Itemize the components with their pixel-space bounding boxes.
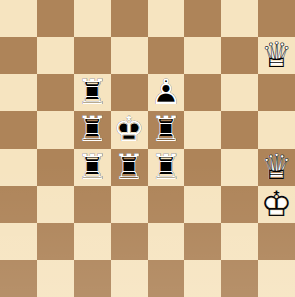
square-f6[interactable]: [184, 74, 221, 111]
piece-outline-layer: ♕: [258, 149, 295, 186]
square-a3[interactable]: [0, 186, 37, 223]
piece-outline-layer: ♔: [111, 111, 148, 148]
square-f5[interactable]: [184, 111, 221, 148]
square-c8[interactable]: [74, 0, 111, 37]
black-rook-e4[interactable]: ♜♖: [148, 149, 185, 186]
square-a5[interactable]: [0, 111, 37, 148]
piece-outline-layer: ♖: [74, 149, 111, 186]
square-b6[interactable]: [37, 74, 74, 111]
square-h4[interactable]: ♛♕: [258, 149, 295, 186]
square-f2[interactable]: [184, 223, 221, 260]
square-d3[interactable]: [111, 186, 148, 223]
square-h2[interactable]: [258, 223, 295, 260]
square-d7[interactable]: [111, 37, 148, 74]
black-king-d5[interactable]: ♚♔: [111, 111, 148, 148]
square-d1[interactable]: [111, 260, 148, 297]
square-h1[interactable]: [258, 260, 295, 297]
chess-board-container: ♛♕♜♖♟♙♜♖♚♔♜♖♜♖♜♖♜♖♛♕♚♔: [0, 0, 295, 297]
square-e7[interactable]: [148, 37, 185, 74]
square-b1[interactable]: [37, 260, 74, 297]
square-g1[interactable]: [221, 260, 258, 297]
square-h7[interactable]: ♛♕: [258, 37, 295, 74]
square-d4[interactable]: ♜♖: [111, 149, 148, 186]
piece-outline-layer: ♙: [148, 74, 185, 111]
square-e3[interactable]: [148, 186, 185, 223]
square-e1[interactable]: [148, 260, 185, 297]
piece-outline-layer: ♖: [148, 149, 185, 186]
piece-outline-layer: ♔: [258, 186, 295, 223]
square-h3[interactable]: ♚♔: [258, 186, 295, 223]
piece-outline-layer: ♖: [74, 111, 111, 148]
square-g5[interactable]: [221, 111, 258, 148]
square-c1[interactable]: [74, 260, 111, 297]
black-rook-c4[interactable]: ♜♖: [74, 149, 111, 186]
square-a8[interactable]: [0, 0, 37, 37]
square-a4[interactable]: [0, 149, 37, 186]
square-b2[interactable]: [37, 223, 74, 260]
square-e8[interactable]: [148, 0, 185, 37]
piece-outline-layer: ♕: [258, 37, 295, 74]
square-f3[interactable]: [184, 186, 221, 223]
square-a1[interactable]: [0, 260, 37, 297]
square-c3[interactable]: [74, 186, 111, 223]
black-rook-c6[interactable]: ♜♖: [74, 74, 111, 111]
square-h8[interactable]: [258, 0, 295, 37]
black-pawn-e6[interactable]: ♟♙: [148, 74, 185, 111]
square-b5[interactable]: [37, 111, 74, 148]
square-b3[interactable]: [37, 186, 74, 223]
square-a6[interactable]: [0, 74, 37, 111]
square-c4[interactable]: ♜♖: [74, 149, 111, 186]
square-g6[interactable]: [221, 74, 258, 111]
square-h5[interactable]: [258, 111, 295, 148]
square-b4[interactable]: [37, 149, 74, 186]
black-rook-d4[interactable]: ♜♖: [111, 149, 148, 186]
square-g4[interactable]: [221, 149, 258, 186]
square-g7[interactable]: [221, 37, 258, 74]
square-d6[interactable]: [111, 74, 148, 111]
white-queen-h7[interactable]: ♛♕: [258, 37, 295, 74]
square-h6[interactable]: [258, 74, 295, 111]
piece-outline-layer: ♖: [148, 111, 185, 148]
black-rook-e5[interactable]: ♜♖: [148, 111, 185, 148]
square-d8[interactable]: [111, 0, 148, 37]
piece-outline-layer: ♖: [74, 74, 111, 111]
black-rook-c5[interactable]: ♜♖: [74, 111, 111, 148]
square-e2[interactable]: [148, 223, 185, 260]
white-queen-h4[interactable]: ♛♕: [258, 149, 295, 186]
square-b8[interactable]: [37, 0, 74, 37]
square-a7[interactable]: [0, 37, 37, 74]
square-d5[interactable]: ♚♔: [111, 111, 148, 148]
square-e4[interactable]: ♜♖: [148, 149, 185, 186]
square-c6[interactable]: ♜♖: [74, 74, 111, 111]
square-f8[interactable]: [184, 0, 221, 37]
square-e5[interactable]: ♜♖: [148, 111, 185, 148]
white-king-h3[interactable]: ♚♔: [258, 186, 295, 223]
piece-outline-layer: ♖: [111, 149, 148, 186]
square-a2[interactable]: [0, 223, 37, 260]
square-f7[interactable]: [184, 37, 221, 74]
square-g2[interactable]: [221, 223, 258, 260]
square-d2[interactable]: [111, 223, 148, 260]
square-f4[interactable]: [184, 149, 221, 186]
chess-board: ♛♕♜♖♟♙♜♖♚♔♜♖♜♖♜♖♜♖♛♕♚♔: [0, 0, 295, 297]
square-c5[interactable]: ♜♖: [74, 111, 111, 148]
square-g3[interactable]: [221, 186, 258, 223]
square-g8[interactable]: [221, 0, 258, 37]
square-b7[interactable]: [37, 37, 74, 74]
square-c2[interactable]: [74, 223, 111, 260]
square-c7[interactable]: [74, 37, 111, 74]
square-f1[interactable]: [184, 260, 221, 297]
square-e6[interactable]: ♟♙: [148, 74, 185, 111]
